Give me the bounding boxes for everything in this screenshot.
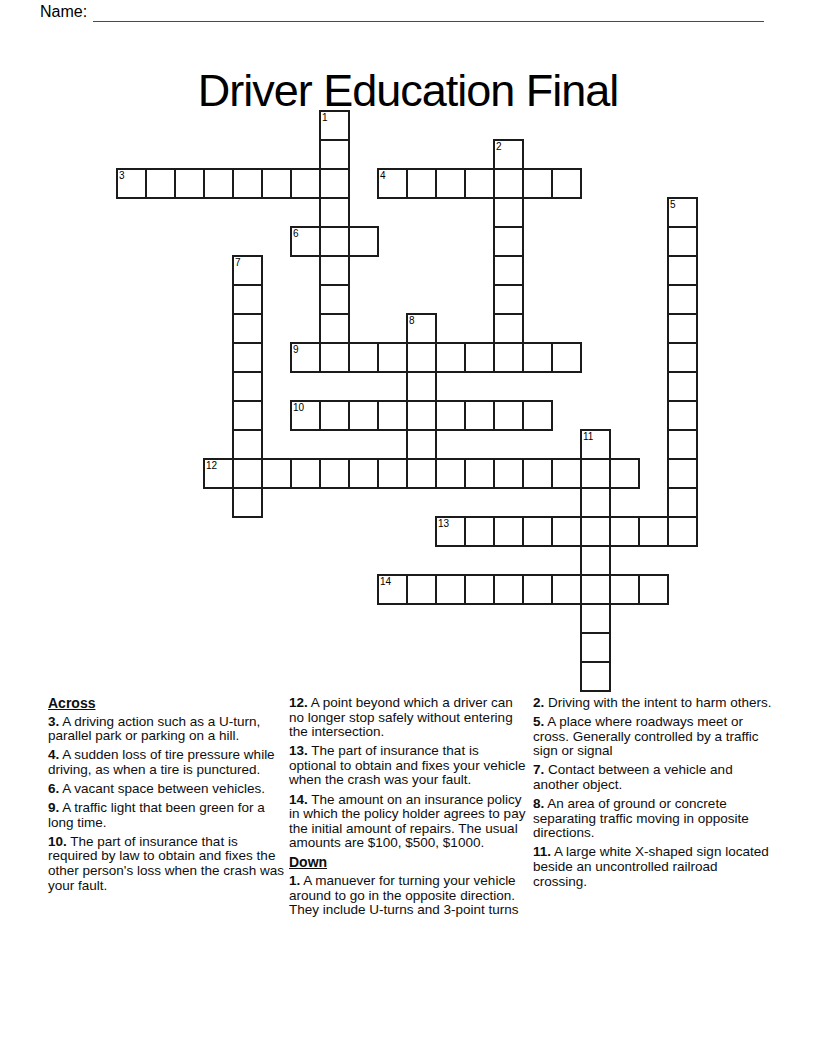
grid-cell[interactable]: [232, 429, 263, 460]
clue-column-2: 12. A point beyond which a driver can no…: [289, 696, 527, 922]
grid-cell[interactable]: 10: [290, 400, 321, 431]
grid-cell[interactable]: [580, 545, 611, 576]
grid-cell[interactable]: [406, 574, 437, 605]
grid-cell[interactable]: [232, 284, 263, 315]
grid-cell[interactable]: [667, 284, 698, 315]
grid-cell[interactable]: [580, 458, 611, 489]
grid-cell[interactable]: [551, 458, 582, 489]
grid-cell[interactable]: [232, 313, 263, 344]
grid-cell[interactable]: [493, 574, 524, 605]
clue-number: 6.: [48, 781, 59, 796]
grid-cell[interactable]: [348, 226, 379, 257]
grid-cell[interactable]: 3: [116, 168, 147, 199]
clue-column-1: Across3. A driving action such as a U-tu…: [48, 696, 285, 898]
cell-number: 10: [293, 402, 304, 413]
clue-text: A large white X-shaped sign located besi…: [533, 844, 769, 888]
grid-cell[interactable]: [232, 371, 263, 402]
grid-cell[interactable]: [464, 342, 495, 373]
grid-cell[interactable]: [551, 574, 582, 605]
grid-cell[interactable]: [435, 400, 466, 431]
clue-item-across-4: 4. A sudden loss of tire pressure while …: [48, 748, 285, 777]
grid-cell[interactable]: [522, 400, 553, 431]
clue-text: The part of insurance that is required b…: [48, 834, 284, 893]
grid-cell[interactable]: [319, 226, 350, 257]
grid-cell[interactable]: [493, 400, 524, 431]
clue-text: The part of insurance that is optional t…: [289, 743, 525, 787]
grid-cell[interactable]: 13: [435, 516, 466, 547]
clue-text: A place where roadways meet or cross. Ge…: [533, 714, 759, 758]
grid-cell[interactable]: [493, 458, 524, 489]
grid-cell[interactable]: [145, 168, 176, 199]
grid-cell[interactable]: 11: [580, 429, 611, 460]
grid-cell[interactable]: 12: [203, 458, 234, 489]
clue-number: 7.: [533, 762, 544, 777]
grid-cell[interactable]: [580, 661, 611, 692]
clue-section-header: Down: [289, 855, 527, 870]
grid-cell[interactable]: [580, 487, 611, 518]
grid-cell[interactable]: [667, 429, 698, 460]
clue-number: 14.: [289, 792, 308, 807]
clue-number: 9.: [48, 800, 59, 815]
grid-cell[interactable]: [377, 400, 408, 431]
clue-text: Driving with the intent to harm others.: [544, 695, 771, 710]
grid-cell[interactable]: 7: [232, 255, 263, 286]
clue-number: 8.: [533, 796, 544, 811]
grid-cell[interactable]: [580, 603, 611, 634]
grid-cell[interactable]: [406, 168, 437, 199]
clue-number: 11.: [533, 844, 551, 859]
grid-cell[interactable]: [406, 400, 437, 431]
grid-cell[interactable]: [609, 458, 640, 489]
grid-cell[interactable]: [464, 516, 495, 547]
clue-section-header: Across: [48, 696, 285, 711]
clue-item-down-2: 2. Driving with the intent to harm other…: [533, 696, 773, 711]
grid-cell[interactable]: [377, 342, 408, 373]
grid-cell[interactable]: 2: [493, 139, 524, 170]
grid-cell[interactable]: [319, 313, 350, 344]
cell-number: 13: [438, 518, 449, 529]
clue-item-across-3: 3. A driving action such as a U-turn, pa…: [48, 715, 285, 744]
grid-cell[interactable]: [435, 574, 466, 605]
grid-cell[interactable]: [522, 168, 553, 199]
grid-cell[interactable]: [406, 429, 437, 460]
cell-number: 6: [293, 228, 299, 239]
grid-cell[interactable]: [464, 400, 495, 431]
grid-cell[interactable]: [609, 516, 640, 547]
clue-item-across-9: 9. A traffic light that been green for a…: [48, 801, 285, 830]
clue-text: A traffic light that been green for a lo…: [48, 800, 265, 830]
grid-cell[interactable]: [667, 255, 698, 286]
clue-text: A sudden loss of tire pressure while dri…: [48, 747, 275, 777]
clue-column-3: 2. Driving with the intent to harm other…: [533, 696, 773, 894]
cell-number: 3: [119, 170, 125, 181]
clue-item-down-11: 11. A large white X-shaped sign located …: [533, 845, 773, 889]
grid-cell[interactable]: [464, 168, 495, 199]
clue-text: Contact between a vehicle and another ob…: [533, 762, 733, 792]
grid-cell[interactable]: [406, 458, 437, 489]
grid-cell[interactable]: [551, 168, 582, 199]
grid-cell[interactable]: [232, 400, 263, 431]
cell-number: 12: [206, 460, 217, 471]
clue-item-across-10: 10. The part of insurance that is requir…: [48, 835, 285, 893]
grid-cell[interactable]: [493, 255, 524, 286]
grid-cell[interactable]: [319, 400, 350, 431]
cell-number: 2: [496, 141, 502, 152]
grid-cell[interactable]: [522, 574, 553, 605]
clue-item-across-14: 14. The amount on an insurance policy in…: [289, 793, 527, 851]
cell-number: 14: [380, 576, 391, 587]
grid-cell[interactable]: [348, 342, 379, 373]
grid-cell[interactable]: [319, 168, 350, 199]
cell-number: 7: [235, 257, 241, 268]
grid-cell[interactable]: [261, 458, 292, 489]
clue-number: 5.: [533, 714, 544, 729]
grid-cell[interactable]: [232, 342, 263, 373]
grid-cell[interactable]: [522, 458, 553, 489]
grid-cell[interactable]: [406, 371, 437, 402]
grid-cell[interactable]: [319, 139, 350, 170]
grid-cell[interactable]: [319, 197, 350, 228]
clue-item-down-7: 7. Contact between a vehicle and another…: [533, 763, 773, 792]
grid-cell[interactable]: [493, 226, 524, 257]
clue-number: 1.: [289, 873, 300, 888]
clue-number: 13.: [289, 743, 308, 758]
clue-item-across-13: 13. The part of insurance that is option…: [289, 744, 527, 788]
grid-cell[interactable]: [464, 574, 495, 605]
grid-cell[interactable]: [377, 458, 408, 489]
grid-cell[interactable]: [319, 458, 350, 489]
grid-cell[interactable]: [667, 226, 698, 257]
grid-cell[interactable]: [638, 574, 669, 605]
grid-cell[interactable]: [667, 313, 698, 344]
grid-cell[interactable]: 9: [290, 342, 321, 373]
grid-cell[interactable]: [580, 632, 611, 663]
grid-cell[interactable]: [493, 313, 524, 344]
cell-number: 11: [583, 431, 593, 442]
grid-cell[interactable]: [232, 487, 263, 518]
clue-item-across-6: 6. A vacant space between vehicles.: [48, 782, 285, 797]
grid-cell[interactable]: [435, 342, 466, 373]
clue-item-across-12: 12. A point beyond which a driver can no…: [289, 696, 527, 740]
clue-number: 12.: [289, 695, 308, 710]
grid-cell[interactable]: 5: [667, 197, 698, 228]
grid-cell[interactable]: [493, 284, 524, 315]
grid-cell[interactable]: [493, 516, 524, 547]
grid-cell[interactable]: [406, 342, 437, 373]
grid-cell[interactable]: [464, 458, 495, 489]
cell-number: 4: [380, 170, 386, 181]
grid-cell[interactable]: [638, 516, 669, 547]
grid-cell[interactable]: [174, 168, 205, 199]
grid-cell[interactable]: 4: [377, 168, 408, 199]
cell-number: 8: [409, 315, 415, 326]
grid-cell[interactable]: [319, 342, 350, 373]
grid-cell[interactable]: [580, 574, 611, 605]
clue-text: A manuever for turning your vehicle arou…: [289, 873, 519, 917]
grid-cell[interactable]: 6: [290, 226, 321, 257]
grid-cell[interactable]: [667, 516, 698, 547]
grid-cell[interactable]: [667, 371, 698, 402]
grid-cell[interactable]: [667, 400, 698, 431]
grid-cell[interactable]: 8: [406, 313, 437, 344]
clue-text: An area of ground or concrete separating…: [533, 796, 749, 840]
grid-cell[interactable]: [551, 342, 582, 373]
grid-cell[interactable]: [551, 516, 582, 547]
clue-number: 10.: [48, 834, 67, 849]
clue-number: 4.: [48, 747, 59, 762]
cell-number: 1: [322, 112, 328, 123]
grid-cell[interactable]: [435, 168, 466, 199]
grid-cell[interactable]: [667, 487, 698, 518]
grid-cell[interactable]: [203, 168, 234, 199]
clue-text: The amount on an insurance policy in whi…: [289, 792, 525, 851]
grid-cell[interactable]: [435, 458, 466, 489]
grid-cell[interactable]: [493, 168, 524, 199]
grid-cell[interactable]: [232, 458, 263, 489]
clue-text: A point beyond which a driver can no lon…: [289, 695, 513, 739]
grid-cell[interactable]: [580, 516, 611, 547]
grid-cell[interactable]: [493, 197, 524, 228]
cell-number: 9: [293, 344, 299, 355]
clue-text: A driving action such as a U-turn, paral…: [48, 714, 260, 744]
grid-cell[interactable]: 14: [377, 574, 408, 605]
grid-cell[interactable]: [348, 400, 379, 431]
grid-cell[interactable]: [290, 168, 321, 199]
clue-item-down-1: 1. A manuever for turning your vehicle a…: [289, 874, 527, 918]
clue-number: 3.: [48, 714, 59, 729]
grid-cell[interactable]: [667, 458, 698, 489]
grid-cell[interactable]: [290, 458, 321, 489]
grid-cell[interactable]: [348, 458, 379, 489]
grid-cell[interactable]: [232, 168, 263, 199]
grid-cell[interactable]: [319, 284, 350, 315]
grid-cell[interactable]: [261, 168, 292, 199]
grid-cell[interactable]: [522, 342, 553, 373]
grid-cell[interactable]: [319, 255, 350, 286]
grid-cell[interactable]: [609, 574, 640, 605]
cell-number: 5: [670, 199, 676, 210]
grid-cell[interactable]: [493, 342, 524, 373]
grid-cell[interactable]: [667, 342, 698, 373]
clue-text: A vacant space between vehicles.: [59, 781, 265, 796]
grid-cell[interactable]: [522, 516, 553, 547]
clue-item-down-5: 5. A place where roadways meet or cross.…: [533, 715, 773, 759]
grid-cell[interactable]: 1: [319, 110, 350, 141]
clue-number: 2.: [533, 695, 544, 710]
clue-item-down-8: 8. An area of ground or concrete separat…: [533, 797, 773, 841]
